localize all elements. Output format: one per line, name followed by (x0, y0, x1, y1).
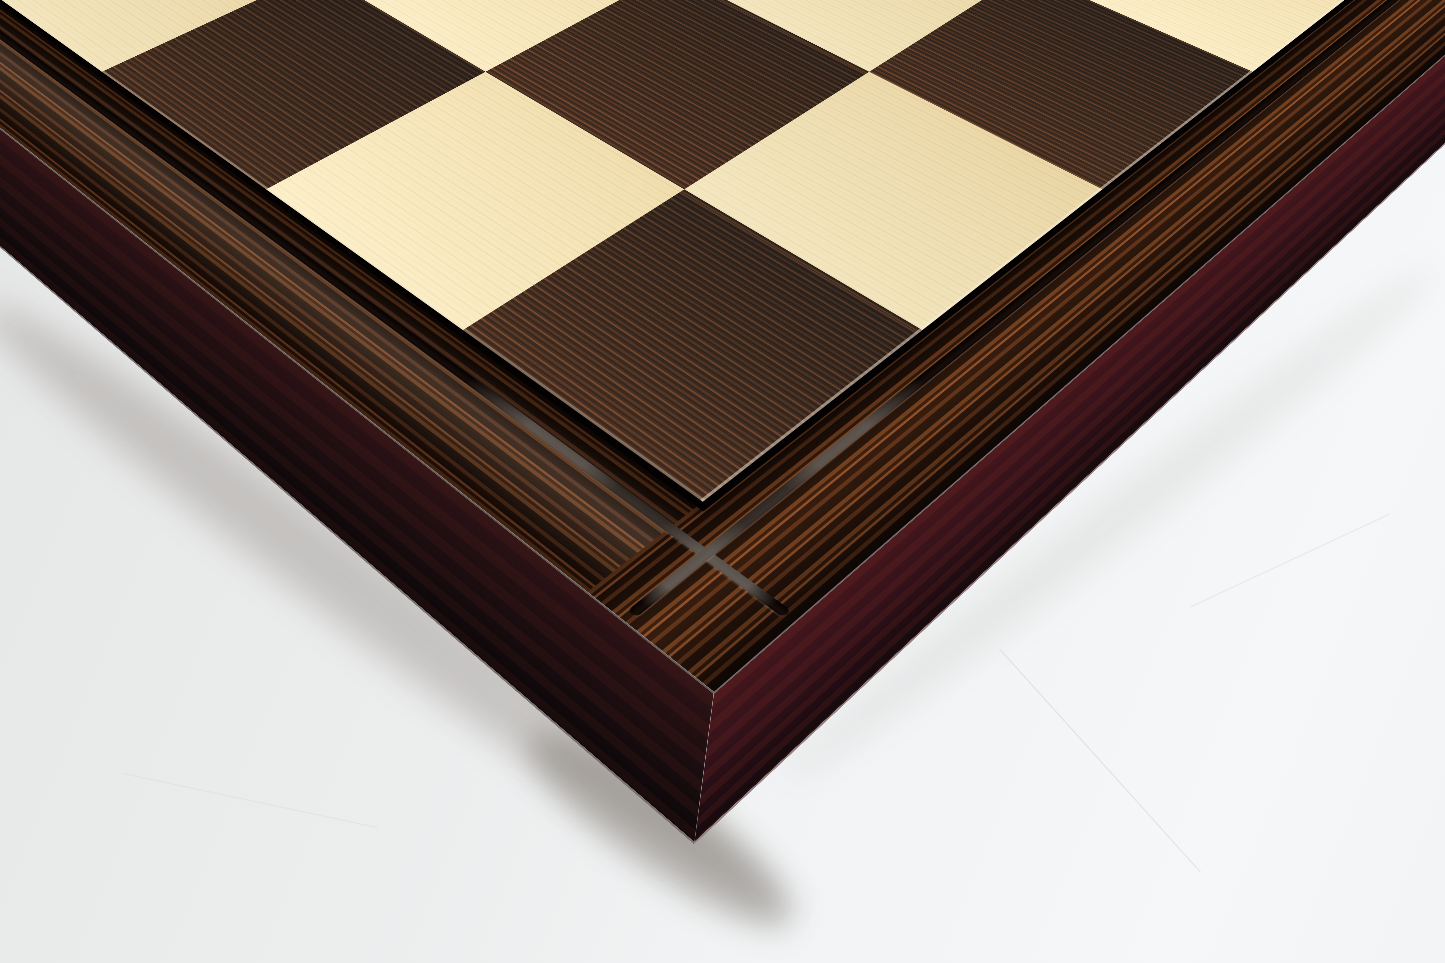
chessboard (0, 0, 1445, 692)
scene (0, 0, 1445, 963)
product-photo-stage (0, 0, 1445, 963)
